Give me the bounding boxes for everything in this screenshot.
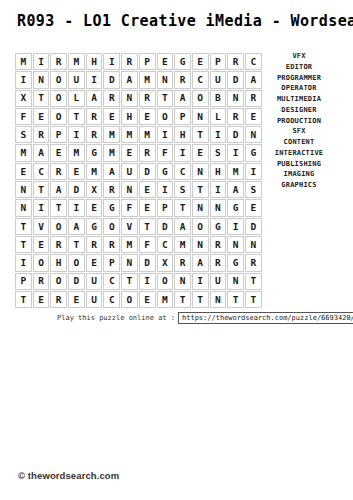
grid-cell: I xyxy=(103,53,120,70)
grid-cell: T xyxy=(192,291,209,308)
grid-cell: C xyxy=(103,273,120,290)
grid-cell: I xyxy=(33,53,50,70)
grid-cell: G xyxy=(174,53,191,70)
grid-cell: D xyxy=(139,163,156,180)
grid-cell: N xyxy=(192,199,209,216)
grid-cell: I xyxy=(15,254,32,271)
grid-cell: O xyxy=(192,218,209,235)
grid-cell: H xyxy=(174,126,191,143)
grid-cell: I xyxy=(174,144,191,161)
grid-cell: A xyxy=(68,218,85,235)
grid-cell: F xyxy=(15,108,32,125)
grid-cell: E xyxy=(33,108,50,125)
word-list: VFXEDITORPROGRAMMEROPERATORMULTIMEDIADES… xyxy=(260,51,338,191)
grid-cell: T xyxy=(68,236,85,253)
grid-cell: N xyxy=(174,273,191,290)
word-list-item: PUBLISHING xyxy=(260,159,338,170)
grid-cell: B xyxy=(210,90,227,107)
word-list-item: DESIGNER xyxy=(260,105,338,116)
grid-cell: R xyxy=(210,236,227,253)
grid-cell: D xyxy=(68,181,85,198)
grid-cell: T xyxy=(245,273,262,290)
grid-cell: E xyxy=(192,53,209,70)
grid-cell: O xyxy=(50,273,67,290)
grid-cell: I xyxy=(33,199,50,216)
grid-cell: N xyxy=(227,273,244,290)
grid-cell: R xyxy=(103,90,120,107)
grid-cell: O xyxy=(50,90,67,107)
word-list-item: CONTENT xyxy=(260,137,338,148)
grid-cell: E xyxy=(103,108,120,125)
grid-cell: O xyxy=(121,291,138,308)
wordsearch-grid: MIRMHIRPEGEPRCINOUIDAMNRCUDAXTOLARNRTAOB… xyxy=(15,53,262,308)
grid-cell: P xyxy=(103,254,120,271)
grid-cell: D xyxy=(157,218,174,235)
play-text: Play this puzzle online at : xyxy=(57,314,175,322)
grid-cell: P xyxy=(50,126,67,143)
grid-cell: U xyxy=(121,163,138,180)
grid-cell: M xyxy=(121,126,138,143)
grid-cell: U xyxy=(86,291,103,308)
grid-cell: O xyxy=(192,90,209,107)
grid-cell: M xyxy=(15,144,32,161)
grid-cell: N xyxy=(227,90,244,107)
grid-cell: P xyxy=(174,108,191,125)
grid-cell: I xyxy=(157,181,174,198)
grid-cell: E xyxy=(192,144,209,161)
grid-cell: M xyxy=(157,291,174,308)
puzzle-url[interactable]: https://thewordsearch.com/puzzle/6693420… xyxy=(178,312,353,324)
grid-cell: T xyxy=(174,199,191,216)
grid-cell: N xyxy=(15,181,32,198)
word-list-item: PRODUCTION xyxy=(260,116,338,127)
grid-cell: T xyxy=(15,218,32,235)
grid-cell: T xyxy=(192,181,209,198)
play-online-line: Play this puzzle online at : https://the… xyxy=(57,312,353,324)
grid-cell: I xyxy=(68,199,85,216)
grid-cell: H xyxy=(50,254,67,271)
grid-cell: U xyxy=(210,71,227,88)
grid-cell: G xyxy=(86,218,103,235)
grid-cell: I xyxy=(68,126,85,143)
grid-cell: H xyxy=(210,163,227,180)
grid-cell: S xyxy=(174,181,191,198)
grid-cell: R xyxy=(139,144,156,161)
grid-cell: G xyxy=(227,199,244,216)
grid-cell: A xyxy=(192,254,209,271)
grid-cell: E xyxy=(139,291,156,308)
grid-cell: H xyxy=(86,53,103,70)
grid-cell: R xyxy=(227,108,244,125)
copyright: © thewordsearch.com xyxy=(18,470,119,481)
grid-cell: I xyxy=(227,144,244,161)
grid-cell: E xyxy=(245,199,262,216)
grid-cell: T xyxy=(33,90,50,107)
grid-cell: M xyxy=(121,236,138,253)
word-list-item: SFX xyxy=(260,126,338,137)
grid-cell: H xyxy=(121,108,138,125)
grid-cell: A xyxy=(227,181,244,198)
grid-cell: N xyxy=(192,236,209,253)
grid-cell: I xyxy=(227,218,244,235)
grid-cell: G xyxy=(227,254,244,271)
grid-cell: O xyxy=(33,254,50,271)
grid-cell: G xyxy=(103,199,120,216)
word-list-item: MULTIMEDIA xyxy=(260,94,338,105)
grid-cell: G xyxy=(157,163,174,180)
grid-cell: E xyxy=(139,199,156,216)
grid-cell: O xyxy=(50,218,67,235)
grid-cell: N xyxy=(157,71,174,88)
grid-cell: R xyxy=(86,126,103,143)
grid-cell: M xyxy=(68,53,85,70)
grid-cell: I xyxy=(210,181,227,198)
grid-cell: L xyxy=(210,108,227,125)
grid-cell: U xyxy=(68,71,85,88)
grid-cell: R xyxy=(121,53,138,70)
grid-cell: N xyxy=(227,236,244,253)
grid-cell: D xyxy=(139,254,156,271)
grid-cell: G xyxy=(210,218,227,235)
grid-cell: E xyxy=(139,108,156,125)
grid-cell: R xyxy=(210,254,227,271)
grid-cell: N xyxy=(192,108,209,125)
grid-cell: E xyxy=(86,199,103,216)
grid-cell: R xyxy=(227,53,244,70)
grid-cell: A xyxy=(121,71,138,88)
grid-cell: T xyxy=(68,108,85,125)
grid-cell: E xyxy=(68,291,85,308)
grid-cell: N xyxy=(210,199,227,216)
grid-cell: T xyxy=(121,273,138,290)
grid-cell: T xyxy=(33,181,50,198)
grid-cell: I xyxy=(15,71,32,88)
grid-cell: T xyxy=(192,126,209,143)
grid-cell: N xyxy=(15,199,32,216)
grid-cell: S xyxy=(15,126,32,143)
grid-cell: M xyxy=(86,163,103,180)
grid-cell: I xyxy=(192,273,209,290)
grid-cell: R xyxy=(103,181,120,198)
word-list-item: PROGRAMMER xyxy=(260,73,338,84)
grid-cell: N xyxy=(33,71,50,88)
grid-cell: C xyxy=(157,236,174,253)
grid-cell: T xyxy=(15,236,32,253)
grid-cell: O xyxy=(50,71,67,88)
grid-cell: R xyxy=(86,236,103,253)
grid-cell: R xyxy=(245,254,262,271)
grid-cell: R xyxy=(50,236,67,253)
grid-cell: L xyxy=(68,90,85,107)
grid-cell: E xyxy=(121,144,138,161)
grid-cell: R xyxy=(174,254,191,271)
grid-cell: R xyxy=(50,163,67,180)
word-list-item: OPERATOR xyxy=(260,83,338,94)
grid-cell: T xyxy=(227,291,244,308)
grid-cell: D xyxy=(245,218,262,235)
grid-cell: E xyxy=(33,236,50,253)
grid-cell: O xyxy=(103,218,120,235)
grid-cell: N xyxy=(210,291,227,308)
grid-cell: D xyxy=(68,273,85,290)
grid-cell: N xyxy=(121,181,138,198)
grid-cell: P xyxy=(139,53,156,70)
grid-cell: M xyxy=(139,126,156,143)
grid-cell: R xyxy=(33,273,50,290)
grid-cell: I xyxy=(86,71,103,88)
grid-cell: E xyxy=(86,254,103,271)
grid-cell: C xyxy=(33,163,50,180)
grid-cell: N xyxy=(245,236,262,253)
grid-cell: C xyxy=(103,291,120,308)
grid-cell: I xyxy=(157,126,174,143)
word-list-item: INTERACTIVE xyxy=(260,148,338,159)
grid-cell: T xyxy=(245,291,262,308)
grid-cell: P xyxy=(157,199,174,216)
grid-cell: D xyxy=(227,126,244,143)
grid-cell: X xyxy=(15,90,32,107)
grid-cell: V xyxy=(121,218,138,235)
grid-cell: I xyxy=(210,126,227,143)
grid-cell: R xyxy=(50,291,67,308)
grid-cell: N xyxy=(192,163,209,180)
grid-cell: A xyxy=(33,144,50,161)
grid-cell: G xyxy=(86,144,103,161)
grid-cell: P xyxy=(210,53,227,70)
grid-cell: A xyxy=(50,181,67,198)
grid-cell: O xyxy=(157,273,174,290)
grid-cell: M xyxy=(139,71,156,88)
grid-cell: M xyxy=(68,144,85,161)
grid-cell: T xyxy=(174,291,191,308)
grid-cell: D xyxy=(227,71,244,88)
word-list-item: EDITOR xyxy=(260,62,338,73)
grid-cell: M xyxy=(174,236,191,253)
grid-cell: E xyxy=(68,163,85,180)
grid-cell: V xyxy=(33,218,50,235)
grid-cell: M xyxy=(227,163,244,180)
grid-cell: E xyxy=(50,144,67,161)
grid-cell: T xyxy=(157,90,174,107)
grid-cell: S xyxy=(210,144,227,161)
grid-cell: N xyxy=(121,90,138,107)
grid-cell: A xyxy=(103,163,120,180)
grid-cell: F xyxy=(139,236,156,253)
grid-cell: C xyxy=(192,71,209,88)
grid-cell: O xyxy=(157,108,174,125)
word-list-item: IMAGING xyxy=(260,169,338,180)
grid-cell: M xyxy=(103,126,120,143)
grid-cell: M xyxy=(15,53,32,70)
grid-cell: A xyxy=(86,90,103,107)
grid-cell: O xyxy=(68,254,85,271)
grid-cell: P xyxy=(15,273,32,290)
grid-cell: R xyxy=(174,71,191,88)
grid-cell: F xyxy=(157,144,174,161)
grid-cell: X xyxy=(157,254,174,271)
grid-cell: E xyxy=(33,291,50,308)
grid-cell: R xyxy=(33,126,50,143)
grid-cell: O xyxy=(50,108,67,125)
grid-cell: D xyxy=(103,71,120,88)
grid-cell: R xyxy=(50,53,67,70)
grid-cell: X xyxy=(86,181,103,198)
grid-cell: E xyxy=(157,53,174,70)
word-list-item: VFX xyxy=(260,51,338,62)
grid-cell: N xyxy=(121,254,138,271)
grid-cell: U xyxy=(86,273,103,290)
grid-cell: F xyxy=(121,199,138,216)
grid-cell: R xyxy=(139,90,156,107)
grid-cell: T xyxy=(50,199,67,216)
page-title: R093 - LO1 Creative iMedia - Wordsearch xyxy=(17,12,353,30)
word-list-item: GRAPHICS xyxy=(260,180,338,191)
grid-cell: I xyxy=(139,273,156,290)
grid-cell: M xyxy=(103,144,120,161)
grid-cell: A xyxy=(174,218,191,235)
grid-cell: T xyxy=(139,218,156,235)
grid-cell: R xyxy=(86,108,103,125)
grid-cell: A xyxy=(174,90,191,107)
grid-cell: E xyxy=(15,163,32,180)
grid-cell: U xyxy=(210,273,227,290)
grid-cell: T xyxy=(15,291,32,308)
grid-cell: C xyxy=(174,163,191,180)
grid-cell: E xyxy=(139,181,156,198)
grid-cell: R xyxy=(103,236,120,253)
